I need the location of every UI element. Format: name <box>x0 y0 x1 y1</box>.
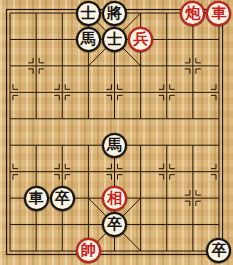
black-general[interactable]: 將 <box>102 1 127 26</box>
black-soldier[interactable]: 卒 <box>206 238 231 263</box>
black-advisor[interactable]: 士 <box>102 27 127 52</box>
red-elephant[interactable]: 相 <box>102 186 127 211</box>
black-horse[interactable]: 馬 <box>102 133 127 158</box>
red-cannon[interactable]: 炮 <box>180 1 205 26</box>
black-advisor[interactable]: 士 <box>76 1 101 26</box>
black-horse[interactable]: 馬 <box>76 27 101 52</box>
black-chariot[interactable]: 車 <box>24 186 49 211</box>
xiangqi-board[interactable]: 士將炮車馬士兵馬車卒相卒帥卒 <box>0 0 233 265</box>
red-chariot[interactable]: 車 <box>206 1 231 26</box>
red-soldier[interactable]: 兵 <box>128 27 153 52</box>
red-general[interactable]: 帥 <box>76 238 101 263</box>
black-soldier[interactable]: 卒 <box>50 186 75 211</box>
black-soldier[interactable]: 卒 <box>102 212 127 237</box>
piece-layer: 士將炮車馬士兵馬車卒相卒帥卒 <box>0 0 232 264</box>
